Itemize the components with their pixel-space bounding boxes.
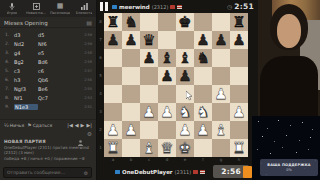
square-d2[interactable]: [158, 121, 176, 139]
move-navigation: |◀ ◀ ▶ ▶|: [67, 122, 92, 128]
title-badge-icon: [112, 5, 117, 9]
move-number: 3.: [5, 50, 14, 55]
black-piece-f7[interactable]: ♟: [196, 31, 209, 49]
square-h6[interactable]: [230, 49, 248, 67]
grid-icon: ▦: [57, 2, 64, 10]
white-move[interactable]: Ngf3: [14, 86, 38, 92]
white-piece-d3[interactable]: ♟: [160, 103, 173, 121]
move-time: 2:53: [62, 96, 92, 100]
white-piece-g2[interactable]: ♝: [214, 121, 227, 139]
square-g3[interactable]: [212, 103, 230, 121]
square-h7[interactable]: ♟: [230, 31, 248, 49]
move-time: 2:59: [62, 42, 92, 46]
square-c3[interactable]: ♟: [140, 103, 158, 121]
book-icon: ▤: [86, 19, 92, 26]
white-piece-f3[interactable]: ♞: [196, 103, 209, 121]
support-widget: ВАША ПОДДЕРЖКА 0%: [260, 159, 318, 176]
black-move[interactable]: Nf6: [38, 41, 62, 47]
opening-name: Mieses Opening: [4, 20, 48, 26]
square-b5[interactable]: [122, 67, 140, 85]
square-b4[interactable]: [122, 85, 140, 103]
square-g4[interactable]: ♟: [212, 85, 230, 103]
white-piece-h1[interactable]: ♜: [232, 139, 245, 157]
flag-icon: [170, 5, 175, 9]
black-move[interactable]: d5: [38, 32, 62, 38]
stars-decoration: [252, 116, 253, 117]
bottom-player-name[interactable]: OneDebutPlayer: [122, 169, 173, 175]
white-piece-g4[interactable]: ♟: [214, 85, 227, 103]
square-g2[interactable]: ♝: [212, 121, 230, 139]
mouse-cursor: [186, 86, 193, 105]
tab-label: Игрок: [7, 11, 18, 15]
square-c6[interactable]: ♟: [140, 49, 158, 67]
title-badge-icon: [115, 170, 120, 174]
half-point-icon: ½: [4, 122, 9, 128]
square-g6[interactable]: [212, 49, 230, 67]
rank-label-6: 6: [97, 49, 104, 67]
move-row-9: 9.N1e32:51: [0, 102, 96, 111]
chess-board: ♜♞♚♜♟♟♛♟♟♟♟♝♝♞♟♟♟♟♟♞♞♟♟♟♟♟♝♜♝♛♚♜: [104, 13, 248, 157]
rank-label-4: 4: [97, 85, 104, 103]
black-piece-c6[interactable]: ♟: [142, 49, 155, 67]
move-row-4: 4.Bg2Bd62:58: [0, 57, 96, 66]
tab-stats[interactable]: Близость: [72, 0, 96, 17]
black-move[interactable]: Qb6: [38, 77, 62, 83]
square-e6[interactable]: ♝: [176, 49, 194, 67]
black-piece-d6[interactable]: ♝: [160, 49, 173, 67]
move-number: 8.: [5, 95, 14, 100]
black-piece-h8[interactable]: ♜: [232, 13, 245, 31]
square-d3[interactable]: ♟: [158, 103, 176, 121]
top-clock-time: 2:51: [234, 2, 254, 11]
support-title: ВАША ПОДДЕРЖКА: [267, 163, 310, 167]
rank-label-3: 3: [97, 103, 104, 121]
square-h3[interactable]: ♟: [230, 103, 248, 121]
black-piece-b7[interactable]: ♟: [124, 31, 137, 49]
square-e3[interactable]: ♞: [176, 103, 194, 121]
support-value: 0%: [286, 168, 292, 172]
black-piece-g7[interactable]: ♟: [214, 31, 227, 49]
square-e7[interactable]: [176, 31, 194, 49]
white-piece-e3[interactable]: ♞: [178, 103, 191, 121]
clock-icon: ◷: [227, 3, 232, 10]
square-a1[interactable]: ♜: [104, 139, 122, 157]
move-time: 2:56: [62, 78, 92, 82]
black-piece-e5[interactable]: ♟: [178, 67, 191, 85]
white-move[interactable]: Bg2: [14, 59, 38, 65]
rank-label-5: 5: [97, 67, 104, 85]
white-move[interactable]: Nd2: [14, 41, 38, 47]
square-c4[interactable]: [140, 85, 158, 103]
square-c8[interactable]: [140, 13, 158, 31]
white-move[interactable]: Nf1: [14, 95, 38, 101]
square-f5[interactable]: [194, 67, 212, 85]
top-player-name[interactable]: meerwind: [119, 4, 150, 10]
square-a5[interactable]: [104, 67, 122, 85]
square-e5[interactable]: ♟: [176, 67, 194, 85]
square-a8[interactable]: ♜: [104, 13, 122, 31]
white-piece-h3[interactable]: ♟: [232, 103, 245, 121]
move-row-6: 6.h3Qb62:56: [0, 75, 96, 84]
move-row-2: 2.Nd2Nf62:59: [0, 39, 96, 48]
square-b7[interactable]: ♟: [122, 31, 140, 49]
square-f6[interactable]: ♞: [194, 49, 212, 67]
bottom-player-bar: OneDebutPlayer (2311) 2:56: [97, 163, 258, 180]
move-row-1: 1.d3d52:59: [0, 30, 96, 39]
resign-button[interactable]: ⚑ Сдаться: [27, 122, 52, 128]
rank-label-1: 1: [97, 139, 104, 157]
square-d4[interactable]: [158, 85, 176, 103]
game-info-rating-change: победа +8 / ничья +0 / поражение −8: [4, 156, 92, 162]
black-piece-d5[interactable]: ♟: [160, 67, 173, 85]
white-piece-a1[interactable]: ♜: [106, 139, 119, 157]
square-d1[interactable]: ♛: [158, 139, 176, 157]
move-number: 1.: [5, 32, 14, 37]
move-time: 2:58: [62, 60, 92, 64]
move-time: 2:57: [62, 69, 92, 73]
white-piece-c3[interactable]: ♟: [142, 103, 155, 121]
streamer-body: [260, 56, 318, 116]
black-move[interactable]: Be6: [38, 86, 62, 92]
square-d7[interactable]: [158, 31, 176, 49]
rank-label-7: 7: [97, 31, 104, 49]
black-piece-f6[interactable]: ♞: [196, 49, 209, 67]
square-b1[interactable]: [122, 139, 140, 157]
rank-label-2: 2: [97, 121, 104, 139]
square-c7[interactable]: ♛: [140, 31, 158, 49]
square-g1[interactable]: [212, 139, 230, 157]
square-h4[interactable]: [230, 85, 248, 103]
black-piece-c7[interactable]: ♛: [142, 31, 155, 49]
square-f7[interactable]: ♟: [194, 31, 212, 49]
white-move[interactable]: c3: [14, 68, 38, 74]
square-g8[interactable]: [212, 13, 230, 31]
square-f2[interactable]: ♟: [194, 121, 212, 139]
rank-label-8: 8: [97, 13, 104, 31]
black-move[interactable]: c6: [38, 68, 62, 74]
square-h2[interactable]: [230, 121, 248, 139]
tab-new-game[interactable]: Новая па…: [24, 0, 48, 17]
rank-labels: 87654321: [97, 13, 104, 157]
square-h5[interactable]: [230, 67, 248, 85]
prev-move-button[interactable]: ◀: [75, 122, 79, 128]
chart-icon: [81, 3, 88, 10]
square-b6[interactable]: [122, 49, 140, 67]
black-piece-h7[interactable]: ♟: [232, 31, 245, 49]
black-piece-a7[interactable]: ♟: [106, 31, 119, 49]
top-player-bar: meerwind (2312) ◷ 2:51: [97, 0, 258, 13]
tab-label: Песочница: [50, 11, 70, 15]
tab-sandbox[interactable]: ▦ Песочница: [48, 0, 72, 17]
square-a7[interactable]: ♟: [104, 31, 122, 49]
square-b3[interactable]: [122, 103, 140, 121]
square-e1[interactable]: ♚: [176, 139, 194, 157]
move-number: 6.: [5, 77, 14, 82]
black-piece-b8[interactable]: ♞: [124, 13, 137, 31]
black-move[interactable]: e5: [38, 50, 62, 56]
white-piece-c1[interactable]: ♝: [142, 139, 155, 157]
chat-gear-icon[interactable]: ⚙: [84, 170, 88, 176]
top-clock: ◷ 2:51: [227, 2, 258, 11]
black-move[interactable]: Qc7: [38, 95, 62, 101]
square-a6[interactable]: [104, 49, 122, 67]
square-a4[interactable]: [104, 85, 122, 103]
bottom-player-rating: (2311): [175, 169, 192, 175]
square-b2[interactable]: ♟: [122, 121, 140, 139]
white-piece-b2[interactable]: ♟: [124, 121, 137, 139]
black-piece-a8[interactable]: ♜: [106, 13, 119, 31]
move-row-7: 7.Ngf3Be62:55: [0, 84, 96, 93]
move-number: 4.: [5, 59, 14, 64]
offer-draw-button[interactable]: ½ Ничья: [4, 122, 24, 128]
tab-label: Близость: [76, 11, 93, 15]
square-h1[interactable]: ♜: [230, 139, 248, 157]
square-c1[interactable]: ♝: [140, 139, 158, 157]
next-move-button[interactable]: ▶: [81, 122, 85, 128]
top-player-rating: (2312): [152, 4, 169, 10]
white-move[interactable]: N1e3: [14, 104, 38, 110]
square-d8[interactable]: [158, 13, 176, 31]
square-h8[interactable]: ♜: [230, 13, 248, 31]
move-time: 2:59: [62, 33, 92, 37]
flag-icon: [177, 5, 182, 9]
white-piece-f2[interactable]: ♟: [196, 121, 209, 139]
white-move[interactable]: d3: [14, 32, 38, 38]
move-time: 2:51: [62, 105, 92, 109]
avatar: [98, 165, 112, 178]
move-row-3: 3.g4e52:58: [0, 48, 96, 57]
game-info: НОВАЯ ПАРТИЯ OneDebutPlayer (2311) проти…: [4, 139, 92, 161]
move-list: 1.d3d52:592.Nd2Nf62:593.g4e52:584.Bg2Bd6…: [0, 30, 96, 111]
tab-player[interactable]: Игрок: [0, 0, 24, 17]
first-move-button[interactable]: |◀: [67, 122, 73, 128]
stream-overlay-space: ВАША ПОДДЕРЖКА 0%: [252, 116, 320, 180]
square-e2[interactable]: ♟: [176, 121, 194, 139]
square-d6[interactable]: ♝: [158, 49, 176, 67]
plus-square-icon: [33, 3, 40, 10]
white-piece-e1[interactable]: ♚: [178, 139, 191, 157]
overlay-orange-tag: [243, 166, 252, 178]
chat-placeholder: Отправить сообщение…: [7, 170, 84, 175]
stream-frame: Игрок Новая па… ▦ Песочница Близость Mie…: [0, 0, 320, 180]
move-row-8: 8.Nf1Qc72:53: [0, 93, 96, 102]
square-c2[interactable]: [140, 121, 158, 139]
move-number: 7.: [5, 86, 14, 91]
white-move[interactable]: h3: [14, 77, 38, 83]
chat-input[interactable]: Отправить сообщение… ⚙: [3, 167, 92, 178]
streamer-face: [277, 14, 301, 48]
white-piece-e2[interactable]: ♟: [178, 121, 191, 139]
black-move[interactable]: Bd6: [38, 59, 62, 65]
square-a2[interactable]: ♟: [104, 121, 122, 139]
mic-icon: [9, 3, 15, 10]
black-piece-e6[interactable]: ♝: [178, 49, 191, 67]
square-c5[interactable]: [140, 67, 158, 85]
square-e8[interactable]: ♚: [176, 13, 194, 31]
pause-bars-icon: [100, 2, 108, 11]
square-b8[interactable]: ♞: [122, 13, 140, 31]
move-time: 2:55: [62, 87, 92, 91]
flag-icon: [200, 170, 205, 174]
square-f1[interactable]: [194, 139, 212, 157]
tab-label: Новая па…: [26, 11, 46, 15]
flag-icon: [193, 170, 198, 174]
move-number: 5.: [5, 68, 14, 73]
move-row-5: 5.c3c62:57: [0, 66, 96, 75]
square-d5[interactable]: ♟: [158, 67, 176, 85]
chess-window: meerwind (2312) ◷ 2:51 87654321 ♜♞♚♜♟♟♛♟…: [97, 0, 258, 180]
square-a3[interactable]: [104, 103, 122, 121]
white-piece-d1[interactable]: ♛: [160, 139, 173, 157]
move-number: 9.: [5, 104, 14, 109]
white-piece-a2[interactable]: ♟: [106, 121, 119, 139]
game-toolbar: ½ Ничья ⚑ Сдаться |◀ ◀ ▶ ▶|: [0, 119, 96, 130]
square-f8[interactable]: [194, 13, 212, 31]
webcam-panel: [258, 0, 320, 116]
sidebar: Игрок Новая па… ▦ Песочница Близость Mie…: [0, 0, 97, 180]
square-g7[interactable]: ♟: [212, 31, 230, 49]
move-time: 2:58: [62, 51, 92, 55]
square-f3[interactable]: ♞: [194, 103, 212, 121]
square-f4[interactable]: [194, 85, 212, 103]
resign-flag-icon: ⚑: [27, 122, 31, 128]
square-g5[interactable]: [212, 67, 230, 85]
opening-header: Mieses Opening ▤: [0, 18, 96, 28]
sidebar-tabs: Игрок Новая па… ▦ Песочница Близость: [0, 0, 96, 17]
move-number: 2.: [5, 41, 14, 46]
white-move[interactable]: g4: [14, 50, 38, 56]
black-piece-e8[interactable]: ♚: [178, 13, 191, 31]
last-move-button[interactable]: ▶|: [86, 122, 92, 128]
